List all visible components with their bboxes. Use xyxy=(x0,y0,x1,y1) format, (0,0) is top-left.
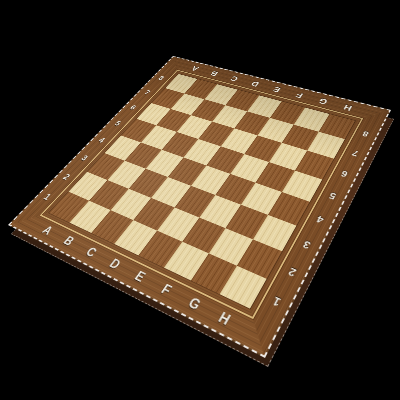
board-face: ABCDEFGH ABCDEFGH 87654321 87654321 xyxy=(8,56,391,358)
inlay-line xyxy=(40,70,364,319)
chessboard-product-photo: ABCDEFGH ABCDEFGH 87654321 87654321 xyxy=(0,0,400,400)
